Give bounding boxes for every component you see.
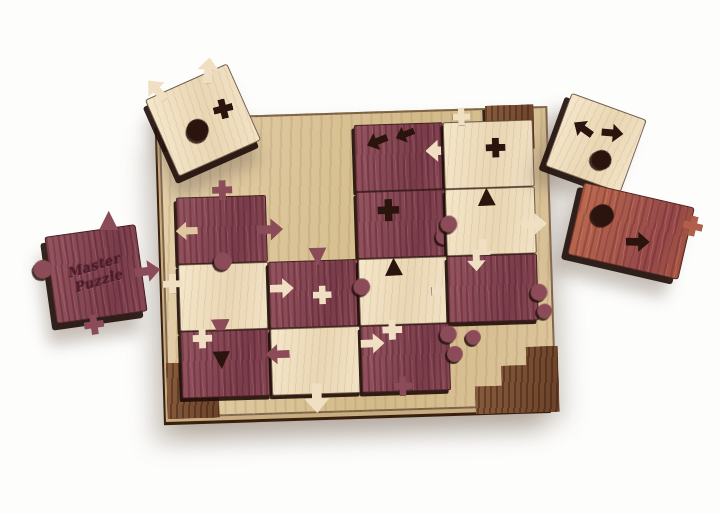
tab-arrow-right [360, 331, 385, 356]
cell-r4c2 [270, 326, 362, 396]
puzzle-grid [174, 119, 541, 398]
tab-circle [183, 115, 212, 144]
placed-piece-purpleheart[interactable] [355, 189, 447, 259]
tab-circle [440, 215, 458, 233]
tab-triangle-up [477, 187, 496, 206]
cell-r1c4 [443, 119, 535, 189]
tab-arrow-left [363, 127, 392, 156]
cell-r3c1 [178, 262, 270, 332]
cell-r3c2 [268, 259, 360, 329]
cell-r3c4 [447, 253, 539, 323]
placed-piece-purpleheart[interactable] [268, 259, 360, 329]
tab-cross [377, 199, 400, 222]
cell-r2c4 [445, 186, 537, 256]
tab-arrow-down [301, 382, 332, 413]
tab-arrow-up [194, 57, 223, 86]
placed-piece-purpleheart[interactable] [360, 323, 452, 393]
tab-cross [393, 376, 413, 396]
cell-r1c3 [353, 122, 445, 192]
tab-arrow-right [601, 121, 625, 145]
placed-piece-purpleheart[interactable] [353, 122, 445, 192]
tab-arrow-left [175, 220, 198, 243]
tab-cross [452, 108, 471, 127]
tab-circle [589, 147, 615, 173]
placed-piece-purpleheart[interactable] [447, 253, 539, 323]
tab-triangle-down [212, 351, 231, 370]
placed-piece-maple[interactable] [443, 119, 535, 189]
tab-arrow-right [626, 229, 650, 253]
tab-cross [313, 285, 333, 305]
tab-circle [537, 304, 552, 319]
loose-piece-top-right-maple[interactable] [545, 93, 647, 194]
tab-arrow-right [521, 210, 548, 237]
loose-piece-master-engraved[interactable]: Master Puzzle [44, 224, 147, 324]
loose-piece-right-padauk[interactable] [567, 182, 695, 280]
photo-stage: Master Puzzle [0, 0, 720, 514]
tab-arrow-right [269, 276, 294, 301]
cell-r4c4 [449, 320, 541, 390]
tab-cross [211, 97, 235, 121]
tab-circle [530, 283, 548, 301]
cell-r1c2 [263, 125, 355, 195]
tab-cross [681, 214, 705, 238]
tab-cross [485, 137, 506, 158]
tab-arrow-up [139, 72, 176, 109]
cell-r4c1 [180, 329, 272, 399]
tab-circle [589, 202, 615, 228]
tab-cross [162, 274, 183, 295]
tab-triangle-up [99, 211, 119, 231]
tab-circle [214, 252, 233, 271]
tab-circle [465, 329, 480, 344]
tab-triangle-up [384, 257, 403, 276]
placed-piece-maple[interactable] [445, 186, 537, 256]
tab-cross [192, 328, 213, 349]
cell-r2c3 [355, 189, 447, 259]
cell-r4c3 [360, 323, 452, 393]
placed-piece-maple[interactable] [357, 256, 449, 326]
tab-arrow-left [568, 113, 599, 144]
placed-piece-maple[interactable] [178, 262, 270, 332]
tab-arrow-left [392, 122, 418, 148]
tab-circle [353, 278, 371, 296]
placed-piece-purpleheart[interactable] [180, 329, 272, 399]
cell-r3c3 [357, 256, 449, 326]
placed-piece-maple[interactable] [270, 326, 362, 396]
